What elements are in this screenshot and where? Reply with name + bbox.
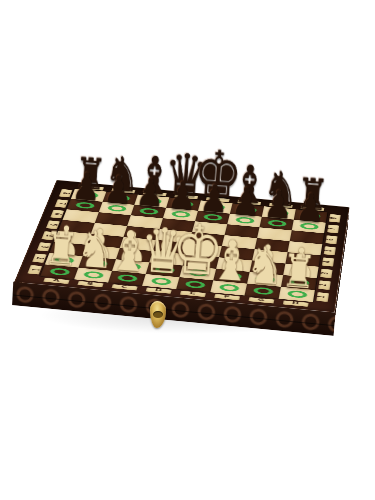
coord-label: 8 — [330, 217, 338, 219]
coord-label: G — [277, 204, 284, 207]
coord-label: H — [309, 207, 316, 210]
coord-label: 6 — [327, 238, 335, 241]
coord-label: 8 — [61, 192, 69, 194]
product-photo-scene: ABCDEFGH ABCDEFGH 87654321 87654321 ♜♞♝♛… — [0, 0, 375, 500]
chess-set: ABCDEFGH ABCDEFGH 87654321 87654321 ♜♞♝♛… — [25, 79, 354, 408]
white-rook-icon: ♜ — [266, 247, 330, 297]
chess-board: ABCDEFGH ABCDEFGH 87654321 87654321 ♜♞♝♛… — [14, 180, 349, 312]
piece-black-pawn-h7: ♟ — [292, 220, 326, 234]
coord-label: 6 — [53, 213, 62, 216]
coord-label: 7 — [329, 227, 337, 230]
coord-label: E — [214, 198, 220, 201]
coord-label: 7 — [57, 202, 65, 204]
coord-label: D — [182, 195, 189, 198]
coord-label: F — [246, 201, 252, 204]
coord-label: C — [151, 192, 157, 195]
coord-plaque-rank-6: 6 — [325, 235, 337, 244]
